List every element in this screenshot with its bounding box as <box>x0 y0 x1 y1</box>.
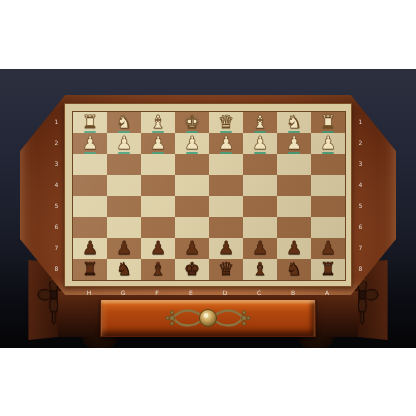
piece-black-pawn[interactable]: ♟ <box>209 238 243 258</box>
piece-black-king[interactable]: ♚ <box>175 259 209 279</box>
square-a1[interactable]: ♜ <box>311 112 345 133</box>
piece-black-bishop[interactable]: ♝ <box>243 259 277 279</box>
square-g2[interactable]: ♟ <box>107 133 141 154</box>
file-label: F <box>140 289 174 296</box>
square-f8[interactable]: ♝ <box>141 259 175 280</box>
file-labels: HGFEDCBA <box>72 289 344 296</box>
square-h1[interactable]: ♜ <box>73 112 107 133</box>
square-a2[interactable]: ♟ <box>311 133 345 154</box>
screenshot-root: ♜♞♝♚♛♝♞♜♟♟♟♟♟♟♟♟♟♟♟♟♟♟♟♟♜♞♝♚♛♝♞♜ HGFEDCB… <box>0 0 416 416</box>
square-d4[interactable] <box>209 175 243 196</box>
rank-label: 6 <box>52 216 61 237</box>
square-h6[interactable] <box>73 217 107 238</box>
piece-white-pawn[interactable]: ♟ <box>73 133 107 153</box>
square-d2[interactable]: ♟ <box>209 133 243 154</box>
square-a3[interactable] <box>311 154 345 175</box>
square-b8[interactable]: ♞ <box>277 259 311 280</box>
square-e5[interactable] <box>175 196 209 217</box>
piece-black-rook[interactable]: ♜ <box>73 259 107 279</box>
file-label: D <box>208 289 242 296</box>
piece-white-rook[interactable]: ♜ <box>73 112 107 132</box>
square-h3[interactable] <box>73 154 107 175</box>
rank-label: 5 <box>52 195 61 216</box>
square-d5[interactable] <box>209 196 243 217</box>
square-e1[interactable]: ♚ <box>175 112 209 133</box>
square-e2[interactable]: ♟ <box>175 133 209 154</box>
square-g5[interactable] <box>107 196 141 217</box>
square-b6[interactable] <box>277 217 311 238</box>
piece-white-bishop[interactable]: ♝ <box>243 112 277 132</box>
piece-white-king[interactable]: ♚ <box>175 112 209 132</box>
file-label: B <box>276 289 310 296</box>
piece-black-pawn[interactable]: ♟ <box>107 238 141 258</box>
rank-label: 8 <box>356 258 365 279</box>
piece-black-bishop[interactable]: ♝ <box>141 259 175 279</box>
piece-black-pawn[interactable]: ♟ <box>311 238 345 258</box>
square-e8[interactable]: ♚ <box>175 259 209 280</box>
rank-label: 3 <box>52 153 61 174</box>
square-c8[interactable]: ♝ <box>243 259 277 280</box>
piece-black-pawn[interactable]: ♟ <box>277 238 311 258</box>
piece-white-pawn[interactable]: ♟ <box>209 133 243 153</box>
file-label: H <box>72 289 106 296</box>
rank-label: 4 <box>52 174 61 195</box>
piece-black-pawn[interactable]: ♟ <box>175 238 209 258</box>
square-a4[interactable] <box>311 175 345 196</box>
piece-black-pawn[interactable]: ♟ <box>73 238 107 258</box>
rank-label: 7 <box>52 237 61 258</box>
square-b7[interactable]: ♟ <box>277 238 311 259</box>
square-c7[interactable]: ♟ <box>243 238 277 259</box>
drawer-handle[interactable] <box>164 305 252 331</box>
square-e4[interactable] <box>175 175 209 196</box>
square-a8[interactable]: ♜ <box>311 259 345 280</box>
rank-label: 7 <box>356 237 365 258</box>
square-c5[interactable] <box>243 196 277 217</box>
board-frame: ♜♞♝♚♛♝♞♜♟♟♟♟♟♟♟♟♟♟♟♟♟♟♟♟♜♞♝♚♛♝♞♜ <box>64 103 352 287</box>
rank-label: 2 <box>52 132 61 153</box>
rank-label: 6 <box>356 216 365 237</box>
file-label: C <box>242 289 276 296</box>
square-f7[interactable]: ♟ <box>141 238 175 259</box>
rank-label: 2 <box>356 132 365 153</box>
square-b2[interactable]: ♟ <box>277 133 311 154</box>
rank-label: 1 <box>356 111 365 132</box>
square-c4[interactable] <box>243 175 277 196</box>
piece-black-pawn[interactable]: ♟ <box>243 238 277 258</box>
file-label: A <box>310 289 344 296</box>
square-f4[interactable] <box>141 175 175 196</box>
square-d1[interactable]: ♛ <box>209 112 243 133</box>
square-c6[interactable] <box>243 217 277 238</box>
square-d6[interactable] <box>209 217 243 238</box>
board: ♜♞♝♚♛♝♞♜♟♟♟♟♟♟♟♟♟♟♟♟♟♟♟♟♜♞♝♚♛♝♞♜ <box>72 111 346 281</box>
square-d8[interactable]: ♛ <box>209 259 243 280</box>
square-b1[interactable]: ♞ <box>277 112 311 133</box>
square-h5[interactable] <box>73 196 107 217</box>
piece-white-pawn[interactable]: ♟ <box>107 133 141 153</box>
piece-white-pawn[interactable]: ♟ <box>277 133 311 153</box>
square-b3[interactable] <box>277 154 311 175</box>
bottom-white-margin <box>0 348 416 416</box>
piece-white-knight[interactable]: ♞ <box>107 112 141 132</box>
square-f6[interactable] <box>141 217 175 238</box>
piece-black-rook[interactable]: ♜ <box>311 259 345 279</box>
piece-black-knight[interactable]: ♞ <box>277 259 311 279</box>
piece-white-rook[interactable]: ♜ <box>311 112 345 132</box>
square-a5[interactable] <box>311 196 345 217</box>
rank-label: 5 <box>356 195 365 216</box>
square-g8[interactable]: ♞ <box>107 259 141 280</box>
rank-label: 1 <box>52 111 61 132</box>
file-label: G <box>106 289 140 296</box>
square-h4[interactable] <box>73 175 107 196</box>
piece-black-pawn[interactable]: ♟ <box>141 238 175 258</box>
square-c1[interactable]: ♝ <box>243 112 277 133</box>
square-f3[interactable] <box>141 154 175 175</box>
piece-white-pawn[interactable]: ♟ <box>243 133 277 153</box>
square-f5[interactable] <box>141 196 175 217</box>
piece-white-pawn[interactable]: ♟ <box>175 133 209 153</box>
square-d3[interactable] <box>209 154 243 175</box>
square-g7[interactable]: ♟ <box>107 238 141 259</box>
square-e6[interactable] <box>175 217 209 238</box>
table-top: ♜♞♝♚♛♝♞♜♟♟♟♟♟♟♟♟♟♟♟♟♟♟♟♟♜♞♝♚♛♝♞♜ HGFEDCB… <box>20 95 396 295</box>
square-g3[interactable] <box>107 154 141 175</box>
file-label: E <box>174 289 208 296</box>
square-h2[interactable]: ♟ <box>73 133 107 154</box>
square-h8[interactable]: ♜ <box>73 259 107 280</box>
rank-labels-right: 12345678 <box>356 111 365 279</box>
square-b4[interactable] <box>277 175 311 196</box>
piece-black-knight[interactable]: ♞ <box>107 259 141 279</box>
piece-white-bishop[interactable]: ♝ <box>141 112 175 132</box>
square-g6[interactable] <box>107 217 141 238</box>
piece-white-queen[interactable]: ♛ <box>209 112 243 132</box>
rank-label: 8 <box>52 258 61 279</box>
piece-white-knight[interactable]: ♞ <box>277 112 311 132</box>
square-c2[interactable]: ♟ <box>243 133 277 154</box>
square-a7[interactable]: ♟ <box>311 238 345 259</box>
square-a6[interactable] <box>311 217 345 238</box>
square-g4[interactable] <box>107 175 141 196</box>
square-g1[interactable]: ♞ <box>107 112 141 133</box>
rank-label: 4 <box>356 174 365 195</box>
photo-background: ♜♞♝♚♛♝♞♜♟♟♟♟♟♟♟♟♟♟♟♟♟♟♟♟♜♞♝♚♛♝♞♜ HGFEDCB… <box>0 69 416 348</box>
top-white-margin <box>0 0 416 69</box>
square-f1[interactable]: ♝ <box>141 112 175 133</box>
square-b5[interactable] <box>277 196 311 217</box>
storage-drawer[interactable] <box>100 299 316 337</box>
square-f2[interactable]: ♟ <box>141 133 175 154</box>
piece-white-pawn[interactable]: ♟ <box>141 133 175 153</box>
rank-label: 3 <box>356 153 365 174</box>
square-d7[interactable]: ♟ <box>209 238 243 259</box>
square-e3[interactable] <box>175 154 209 175</box>
rank-labels-left: 12345678 <box>52 111 61 279</box>
piece-black-queen[interactable]: ♛ <box>209 259 243 279</box>
square-c3[interactable] <box>243 154 277 175</box>
square-e7[interactable]: ♟ <box>175 238 209 259</box>
square-h7[interactable]: ♟ <box>73 238 107 259</box>
piece-white-pawn[interactable]: ♟ <box>311 133 345 153</box>
